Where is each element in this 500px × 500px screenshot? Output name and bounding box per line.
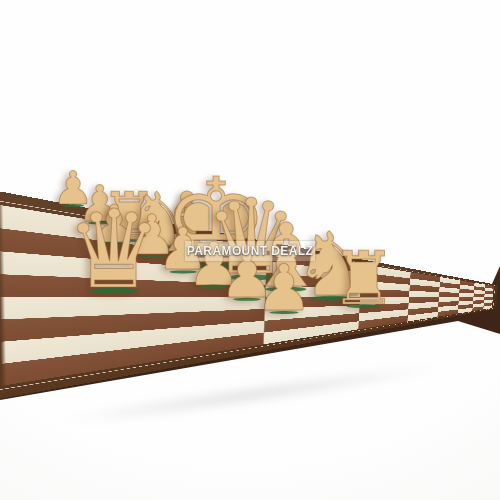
watermark-text: PARAMOUNT DEALZ <box>187 244 313 258</box>
felt-base <box>347 304 381 308</box>
white-queen-piece: ♛ <box>66 196 163 304</box>
felt-base <box>89 288 139 294</box>
watermark-label: PARAMOUNT DEALZ <box>185 241 315 261</box>
felt-base <box>269 311 298 315</box>
white-pawn-piece: ♟ <box>255 256 312 320</box>
white-rook-piece: ♜ <box>331 241 397 315</box>
product-photo-stage: 54321 ♟♟♜♞♝♚♛♝♞♜♟♟♟♟♟♟♛ PARAMOUNT DEALZ <box>0 0 500 500</box>
